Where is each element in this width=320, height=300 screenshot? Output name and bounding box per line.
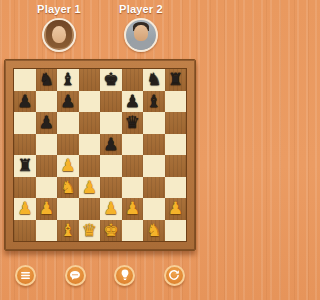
menu-icon bbox=[20, 270, 31, 281]
square-e6[interactable] bbox=[100, 112, 122, 134]
square-h1[interactable] bbox=[165, 220, 187, 242]
square-b5[interactable] bbox=[36, 134, 58, 156]
square-e8[interactable]: ♚ bbox=[100, 69, 122, 91]
square-h5[interactable] bbox=[165, 134, 187, 156]
square-f7[interactable]: ♟ bbox=[122, 91, 144, 113]
square-f8[interactable] bbox=[122, 69, 144, 91]
restart-button[interactable] bbox=[164, 265, 185, 286]
piece-white-queen: ♛ bbox=[82, 222, 97, 239]
chat-button[interactable] bbox=[65, 265, 86, 286]
square-d2[interactable] bbox=[79, 198, 101, 220]
square-f4[interactable] bbox=[122, 155, 144, 177]
square-c4[interactable]: ♟ bbox=[57, 155, 79, 177]
square-g1[interactable]: ♞ bbox=[143, 220, 165, 242]
square-b3[interactable] bbox=[36, 177, 58, 199]
square-b6[interactable]: ♟ bbox=[36, 112, 58, 134]
square-e7[interactable] bbox=[100, 91, 122, 113]
player1-name: Player 1 bbox=[37, 3, 81, 15]
player2-name: Player 2 bbox=[119, 3, 163, 15]
players-header: Player 1 Player 2 bbox=[0, 0, 200, 52]
piece-black-knight: ♞ bbox=[39, 71, 54, 88]
player2-avatar bbox=[124, 18, 158, 52]
square-a8[interactable] bbox=[14, 69, 36, 91]
piece-black-pawn: ♟ bbox=[60, 93, 75, 110]
square-g3[interactable] bbox=[143, 177, 165, 199]
chess-board[interactable]: ♞♝♚♞♜♟♟♟♝♟♛♟♜♟♞♟♟♟♟♟♟♝♛♚♞ bbox=[13, 68, 187, 242]
piece-white-pawn: ♟ bbox=[39, 200, 54, 217]
square-c2[interactable] bbox=[57, 198, 79, 220]
piece-black-knight: ♞ bbox=[146, 71, 161, 88]
piece-white-pawn: ♟ bbox=[168, 200, 183, 217]
square-c7[interactable]: ♟ bbox=[57, 91, 79, 113]
square-b7[interactable] bbox=[36, 91, 58, 113]
square-a6[interactable] bbox=[14, 112, 36, 134]
piece-black-king: ♚ bbox=[103, 71, 118, 88]
hint-button[interactable] bbox=[114, 265, 135, 286]
square-h3[interactable] bbox=[165, 177, 187, 199]
square-f6[interactable]: ♛ bbox=[122, 112, 144, 134]
piece-black-queen: ♛ bbox=[125, 114, 140, 131]
avatar2-face bbox=[134, 25, 148, 41]
square-g8[interactable]: ♞ bbox=[143, 69, 165, 91]
restart-icon bbox=[168, 269, 180, 281]
square-d1[interactable]: ♛ bbox=[79, 220, 101, 242]
square-g7[interactable]: ♝ bbox=[143, 91, 165, 113]
piece-black-pawn: ♟ bbox=[39, 114, 54, 131]
square-d3[interactable]: ♟ bbox=[79, 177, 101, 199]
square-g6[interactable] bbox=[143, 112, 165, 134]
square-f5[interactable] bbox=[122, 134, 144, 156]
square-c6[interactable] bbox=[57, 112, 79, 134]
player2-panel: Player 2 bbox=[101, 3, 181, 52]
square-c8[interactable]: ♝ bbox=[57, 69, 79, 91]
square-f3[interactable] bbox=[122, 177, 144, 199]
square-a2[interactable]: ♟ bbox=[14, 198, 36, 220]
square-b8[interactable]: ♞ bbox=[36, 69, 58, 91]
menu-button[interactable] bbox=[15, 265, 36, 286]
square-f1[interactable] bbox=[122, 220, 144, 242]
square-d5[interactable] bbox=[79, 134, 101, 156]
avatar1-face bbox=[52, 26, 66, 43]
square-h4[interactable] bbox=[165, 155, 187, 177]
square-a5[interactable] bbox=[14, 134, 36, 156]
square-d4[interactable] bbox=[79, 155, 101, 177]
chat-icon bbox=[69, 270, 81, 281]
lightbulb-icon bbox=[120, 269, 130, 281]
piece-white-bishop: ♝ bbox=[60, 222, 75, 239]
square-b4[interactable] bbox=[36, 155, 58, 177]
piece-black-pawn: ♟ bbox=[103, 136, 118, 153]
square-b1[interactable] bbox=[36, 220, 58, 242]
square-f2[interactable]: ♟ bbox=[122, 198, 144, 220]
piece-black-bishop: ♝ bbox=[60, 71, 75, 88]
square-g2[interactable] bbox=[143, 198, 165, 220]
square-a4[interactable]: ♜ bbox=[14, 155, 36, 177]
square-d6[interactable] bbox=[79, 112, 101, 134]
square-h8[interactable]: ♜ bbox=[165, 69, 187, 91]
piece-white-pawn: ♟ bbox=[60, 157, 75, 174]
square-a3[interactable] bbox=[14, 177, 36, 199]
player1-panel: Player 1 bbox=[19, 3, 99, 52]
square-e4[interactable] bbox=[100, 155, 122, 177]
piece-black-rook: ♜ bbox=[17, 157, 32, 174]
piece-white-pawn: ♟ bbox=[103, 200, 118, 217]
square-e1[interactable]: ♚ bbox=[100, 220, 122, 242]
square-h2[interactable]: ♟ bbox=[165, 198, 187, 220]
square-e5[interactable]: ♟ bbox=[100, 134, 122, 156]
square-d7[interactable] bbox=[79, 91, 101, 113]
piece-white-pawn: ♟ bbox=[17, 200, 32, 217]
square-a7[interactable]: ♟ bbox=[14, 91, 36, 113]
square-g5[interactable] bbox=[143, 134, 165, 156]
toolbar bbox=[0, 256, 200, 300]
square-e3[interactable] bbox=[100, 177, 122, 199]
board-frame: ♞♝♚♞♜♟♟♟♝♟♛♟♜♟♞♟♟♟♟♟♟♝♛♚♞ bbox=[4, 59, 196, 251]
piece-black-rook: ♜ bbox=[168, 71, 183, 88]
piece-white-pawn: ♟ bbox=[82, 179, 97, 196]
piece-white-king: ♚ bbox=[103, 222, 118, 239]
square-c1[interactable]: ♝ bbox=[57, 220, 79, 242]
square-e2[interactable]: ♟ bbox=[100, 198, 122, 220]
square-c3[interactable]: ♞ bbox=[57, 177, 79, 199]
piece-white-knight: ♞ bbox=[60, 179, 75, 196]
player1-avatar bbox=[42, 18, 76, 52]
square-b2[interactable]: ♟ bbox=[36, 198, 58, 220]
square-c5[interactable] bbox=[57, 134, 79, 156]
square-h7[interactable] bbox=[165, 91, 187, 113]
piece-black-pawn: ♟ bbox=[125, 93, 140, 110]
square-d8[interactable] bbox=[79, 69, 101, 91]
square-g4[interactable] bbox=[143, 155, 165, 177]
piece-white-pawn: ♟ bbox=[125, 200, 140, 217]
piece-black-pawn: ♟ bbox=[17, 93, 32, 110]
square-a1[interactable] bbox=[14, 220, 36, 242]
square-h6[interactable] bbox=[165, 112, 187, 134]
piece-white-knight: ♞ bbox=[146, 222, 161, 239]
piece-black-bishop: ♝ bbox=[146, 93, 161, 110]
